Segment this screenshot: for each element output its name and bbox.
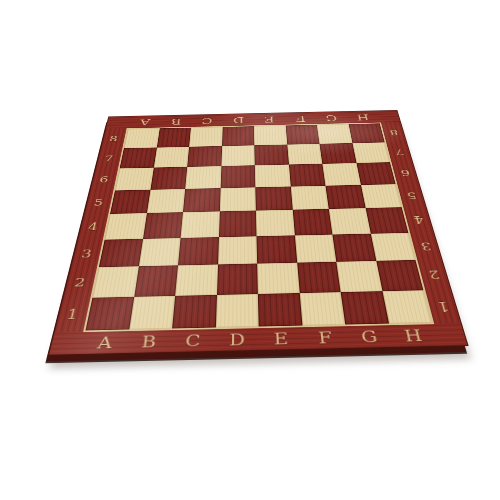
square-g3: [332, 233, 375, 261]
square-c2: [175, 264, 217, 295]
square-e7: [254, 144, 288, 165]
file-label-bottom-f: F: [302, 326, 349, 350]
square-h8: [348, 123, 384, 142]
square-d3: [218, 236, 258, 264]
square-g5: [325, 185, 365, 209]
file-label-top-b: B: [160, 116, 192, 128]
square-e6: [255, 165, 291, 188]
file-label-top-d: D: [222, 114, 253, 126]
board-squares: [83, 123, 434, 333]
file-label-top-g: G: [315, 112, 348, 124]
square-b7: [153, 147, 189, 168]
rank-label-right-7: 7: [386, 142, 413, 163]
file-label-bottom-b: B: [125, 330, 172, 354]
square-d1: [215, 294, 258, 328]
product-photo: AA11BB22CC33DD44EE55FF66GG77HH88: [0, 0, 500, 500]
square-c4: [181, 211, 220, 237]
file-label-top-f: F: [284, 113, 316, 125]
coordinate-labels: AA11BB22CC33DD44EE55FF66GG77HH88: [109, 110, 397, 117]
file-label-top-h: H: [346, 111, 380, 123]
square-b3: [138, 238, 180, 267]
square-f2: [297, 262, 341, 293]
square-c6: [185, 166, 221, 189]
rank-label-left-7: 7: [96, 148, 122, 169]
file-label-top-e: E: [254, 113, 286, 125]
square-e8: [254, 126, 287, 146]
square-e3: [256, 235, 296, 263]
square-h1: [382, 290, 432, 324]
file-label-top-c: C: [191, 115, 223, 127]
file-label-bottom-g: G: [345, 325, 393, 349]
square-f3: [294, 234, 336, 262]
square-g7: [319, 143, 356, 164]
square-f8: [285, 125, 319, 145]
square-b8: [157, 128, 191, 148]
square-a8: [124, 128, 159, 148]
square-a7: [120, 147, 157, 168]
square-c5: [183, 188, 220, 212]
square-a2: [92, 266, 138, 297]
square-a5: [110, 189, 150, 213]
file-label-top-a: A: [128, 116, 161, 128]
rank-label-right-6: 6: [391, 162, 419, 184]
square-b5: [147, 189, 186, 213]
square-c8: [189, 127, 222, 147]
square-f5: [290, 185, 328, 209]
file-label-bottom-d: D: [215, 328, 260, 352]
square-h7: [352, 142, 390, 163]
square-g4: [329, 208, 371, 234]
chess-board: AA11BB22CC33DD44EE55FF66GG77HH88: [48, 110, 469, 356]
square-d4: [219, 211, 257, 237]
file-label-bottom-a: A: [80, 331, 128, 355]
square-f4: [292, 209, 332, 235]
square-h2: [376, 260, 423, 291]
square-c3: [178, 237, 219, 266]
square-c1: [172, 295, 216, 329]
square-f7: [287, 144, 322, 165]
square-e2: [257, 263, 299, 294]
square-a3: [99, 239, 143, 268]
square-b6: [150, 167, 187, 190]
rank-label-right-8: 8: [381, 123, 407, 142]
square-b1: [129, 296, 175, 330]
square-b2: [134, 265, 178, 296]
square-h4: [365, 207, 408, 233]
square-e5: [255, 186, 292, 210]
square-d7: [221, 145, 255, 166]
square-g8: [317, 124, 352, 144]
file-label-bottom-h: H: [389, 324, 438, 348]
square-d2: [217, 264, 258, 295]
file-label-bottom-c: C: [170, 329, 216, 353]
square-g6: [322, 163, 360, 185]
square-f1: [299, 292, 345, 326]
rank-label-right-5: 5: [397, 183, 426, 207]
square-a6: [115, 168, 153, 191]
file-label-bottom-e: E: [259, 327, 304, 351]
square-h3: [370, 233, 415, 261]
square-c7: [187, 146, 221, 167]
square-e1: [258, 293, 302, 327]
square-d5: [219, 187, 255, 211]
square-g1: [341, 291, 389, 325]
square-h6: [356, 162, 395, 184]
square-a1: [86, 296, 134, 330]
rank-label-left-8: 8: [101, 129, 126, 148]
square-b4: [143, 212, 183, 238]
square-a4: [105, 213, 147, 239]
square-g2: [336, 261, 382, 292]
square-e4: [256, 210, 295, 236]
square-d8: [222, 126, 255, 146]
square-d6: [220, 165, 255, 188]
square-f6: [289, 164, 326, 186]
square-h5: [360, 184, 401, 208]
